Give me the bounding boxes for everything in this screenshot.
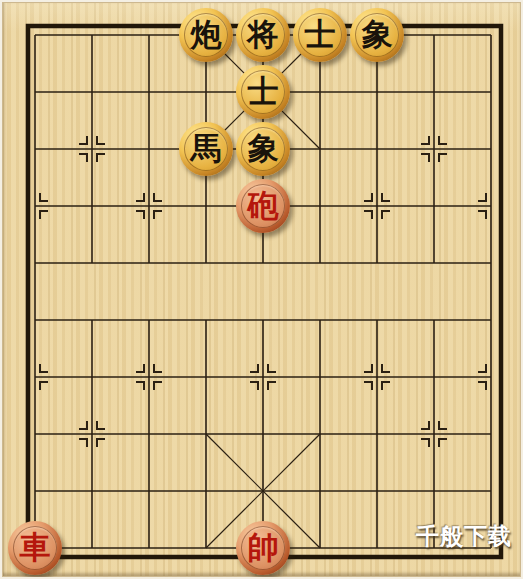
- piece-red-chariot[interactable]: 車: [8, 521, 62, 575]
- piece-red-general[interactable]: 帥: [236, 521, 290, 575]
- piece-black-advisor[interactable]: 士: [293, 8, 347, 62]
- piece-glyph: 帥: [248, 532, 279, 563]
- piece-black-elephant[interactable]: 象: [350, 8, 404, 62]
- piece-glyph: 象: [248, 133, 279, 164]
- piece-face: 象: [355, 13, 399, 57]
- piece-black-elephant[interactable]: 象: [236, 122, 290, 176]
- piece-face: 砲: [241, 184, 285, 228]
- piece-face: 象: [241, 127, 285, 171]
- piece-face: 車: [13, 526, 57, 570]
- piece-glyph: 士: [248, 76, 279, 107]
- piece-glyph: 象: [362, 19, 393, 50]
- piece-black-general[interactable]: 将: [236, 8, 290, 62]
- piece-face: 士: [241, 70, 285, 114]
- piece-face: 馬: [184, 127, 228, 171]
- piece-face: 帥: [241, 526, 285, 570]
- piece-glyph: 将: [248, 19, 279, 50]
- piece-glyph: 馬: [191, 133, 222, 164]
- piece-red-cannon[interactable]: 砲: [236, 179, 290, 233]
- piece-glyph: 士: [305, 19, 336, 50]
- piece-black-advisor[interactable]: 士: [236, 65, 290, 119]
- watermark: 千般下载: [416, 521, 512, 552]
- xiangqi-board[interactable]: 炮将士象士馬象砲車帥 千般下载: [0, 0, 523, 579]
- piece-black-cannon[interactable]: 炮: [179, 8, 233, 62]
- piece-face: 士: [298, 13, 342, 57]
- piece-black-horse[interactable]: 馬: [179, 122, 233, 176]
- piece-glyph: 砲: [248, 190, 279, 221]
- piece-glyph: 車: [20, 532, 51, 563]
- piece-face: 将: [241, 13, 285, 57]
- piece-glyph: 炮: [191, 19, 222, 50]
- piece-face: 炮: [184, 13, 228, 57]
